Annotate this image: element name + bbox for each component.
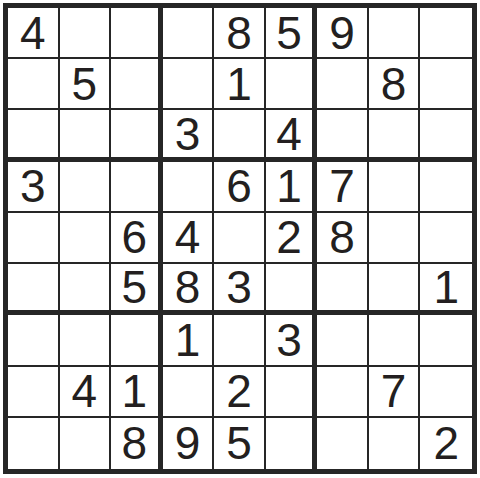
cell-r8c3-given-1[interactable]: 1	[111, 367, 163, 418]
cell-r2c6-empty[interactable]	[266, 59, 318, 110]
cell-r8c6-empty[interactable]	[266, 367, 318, 418]
cell-r9c8-empty[interactable]	[369, 418, 421, 469]
cell-r1c3-empty[interactable]	[111, 8, 163, 59]
cell-r4c9-empty[interactable]	[420, 162, 472, 213]
sudoku-board: 4859518343617642858311341278952	[3, 3, 477, 474]
cell-r3c3-empty[interactable]	[111, 110, 163, 161]
cell-r1c4-empty[interactable]	[163, 8, 215, 59]
cell-r6c9-given-1[interactable]: 1	[420, 264, 472, 315]
cell-r7c2-empty[interactable]	[60, 315, 112, 366]
cell-r9c1-empty[interactable]	[8, 418, 60, 469]
cell-r3c5-empty[interactable]	[214, 110, 266, 161]
cell-r5c8-empty[interactable]	[369, 213, 421, 264]
cell-r4c2-empty[interactable]	[60, 162, 112, 213]
cell-r4c1-given-3[interactable]: 3	[8, 162, 60, 213]
cell-r9c6-empty[interactable]	[266, 418, 318, 469]
cell-r5c4-given-4[interactable]: 4	[163, 213, 215, 264]
cell-r3c8-empty[interactable]	[369, 110, 421, 161]
cell-r7c8-empty[interactable]	[369, 315, 421, 366]
cell-r9c4-given-9[interactable]: 9	[163, 418, 215, 469]
cell-r3c9-empty[interactable]	[420, 110, 472, 161]
cell-r3c1-empty[interactable]	[8, 110, 60, 161]
cell-r2c9-empty[interactable]	[420, 59, 472, 110]
cell-r7c4-given-1[interactable]: 1	[163, 315, 215, 366]
cell-r1c6-given-5[interactable]: 5	[266, 8, 318, 59]
sudoku-screen: 4859518343617642858311341278952	[0, 0, 480, 478]
cell-r2c3-empty[interactable]	[111, 59, 163, 110]
cell-r8c8-given-7[interactable]: 7	[369, 367, 421, 418]
cell-r7c7-empty[interactable]	[317, 315, 369, 366]
cell-r5c6-given-2[interactable]: 2	[266, 213, 318, 264]
cell-r4c4-empty[interactable]	[163, 162, 215, 213]
cell-r1c2-empty[interactable]	[60, 8, 112, 59]
cell-r2c5-given-1[interactable]: 1	[214, 59, 266, 110]
cell-r8c2-given-4[interactable]: 4	[60, 367, 112, 418]
cell-r6c3-given-5[interactable]: 5	[111, 264, 163, 315]
cell-r6c4-given-8[interactable]: 8	[163, 264, 215, 315]
cell-r8c4-empty[interactable]	[163, 367, 215, 418]
cell-r2c4-empty[interactable]	[163, 59, 215, 110]
cell-r5c2-empty[interactable]	[60, 213, 112, 264]
cell-r9c3-given-8[interactable]: 8	[111, 418, 163, 469]
cell-r6c1-empty[interactable]	[8, 264, 60, 315]
cell-r8c9-empty[interactable]	[420, 367, 472, 418]
cell-r4c6-given-1[interactable]: 1	[266, 162, 318, 213]
cell-r3c4-given-3[interactable]: 3	[163, 110, 215, 161]
cell-r9c9-given-2[interactable]: 2	[420, 418, 472, 469]
cell-r6c2-empty[interactable]	[60, 264, 112, 315]
cell-r2c2-given-5[interactable]: 5	[60, 59, 112, 110]
cell-r9c2-empty[interactable]	[60, 418, 112, 469]
cell-r4c8-empty[interactable]	[369, 162, 421, 213]
cell-r8c1-empty[interactable]	[8, 367, 60, 418]
cell-r8c7-empty[interactable]	[317, 367, 369, 418]
cell-r1c1-given-4[interactable]: 4	[8, 8, 60, 59]
cell-r5c1-empty[interactable]	[8, 213, 60, 264]
cell-r6c7-empty[interactable]	[317, 264, 369, 315]
cell-r3c6-given-4[interactable]: 4	[266, 110, 318, 161]
cell-r8c5-given-2[interactable]: 2	[214, 367, 266, 418]
cell-r1c8-empty[interactable]	[369, 8, 421, 59]
cell-r5c3-given-6[interactable]: 6	[111, 213, 163, 264]
cell-r5c7-given-8[interactable]: 8	[317, 213, 369, 264]
cell-r7c3-empty[interactable]	[111, 315, 163, 366]
cell-r7c1-empty[interactable]	[8, 315, 60, 366]
cell-r5c5-empty[interactable]	[214, 213, 266, 264]
cell-r1c7-given-9[interactable]: 9	[317, 8, 369, 59]
cell-r7c9-empty[interactable]	[420, 315, 472, 366]
cell-r6c8-empty[interactable]	[369, 264, 421, 315]
cell-r3c2-empty[interactable]	[60, 110, 112, 161]
cell-r1c5-given-8[interactable]: 8	[214, 8, 266, 59]
cell-r6c5-given-3[interactable]: 3	[214, 264, 266, 315]
cell-r5c9-empty[interactable]	[420, 213, 472, 264]
cell-r6c6-empty[interactable]	[266, 264, 318, 315]
cell-r3c7-empty[interactable]	[317, 110, 369, 161]
cell-r7c5-empty[interactable]	[214, 315, 266, 366]
cell-r4c3-empty[interactable]	[111, 162, 163, 213]
cell-r2c7-empty[interactable]	[317, 59, 369, 110]
cell-r2c8-given-8[interactable]: 8	[369, 59, 421, 110]
cell-r2c1-empty[interactable]	[8, 59, 60, 110]
cell-r7c6-given-3[interactable]: 3	[266, 315, 318, 366]
cell-r1c9-empty[interactable]	[420, 8, 472, 59]
cell-r9c5-given-5[interactable]: 5	[214, 418, 266, 469]
cell-r9c7-empty[interactable]	[317, 418, 369, 469]
cell-r4c7-given-7[interactable]: 7	[317, 162, 369, 213]
cell-r4c5-given-6[interactable]: 6	[214, 162, 266, 213]
